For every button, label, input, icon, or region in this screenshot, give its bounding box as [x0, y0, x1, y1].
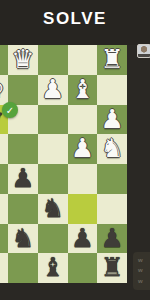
side-panel-glyph: w	[138, 257, 150, 264]
side-panel-glyph: w	[138, 278, 150, 285]
opponent-avatar[interactable]	[137, 44, 150, 58]
square[interactable]	[68, 164, 98, 194]
square[interactable]: ♟	[68, 224, 98, 254]
square[interactable]	[0, 45, 8, 75]
square[interactable]	[38, 45, 68, 75]
square[interactable]: ♝	[68, 75, 98, 105]
square[interactable]: ♝	[38, 253, 68, 283]
square[interactable]: ♟	[38, 75, 68, 105]
square[interactable]	[8, 253, 38, 283]
black-knight: ♞	[38, 194, 68, 224]
white-king-partial: ♚	[0, 75, 8, 105]
square[interactable]	[38, 105, 68, 135]
square[interactable]	[8, 75, 38, 105]
square[interactable]: ♟	[97, 224, 127, 254]
square[interactable]	[97, 164, 127, 194]
white-bishop: ♝	[68, 75, 98, 105]
square[interactable]	[38, 224, 68, 254]
square[interactable]	[68, 194, 98, 224]
square[interactable]	[0, 194, 8, 224]
square[interactable]	[0, 224, 8, 254]
square[interactable]	[68, 105, 98, 135]
side-panel: w w w	[133, 252, 150, 290]
white-knight: ♞	[97, 134, 127, 164]
white-pawn: ♟	[38, 75, 68, 105]
square[interactable]: ♞	[38, 194, 68, 224]
square[interactable]: ♜	[97, 253, 127, 283]
chess-board[interactable]: ♛♜♚♟♝♛♟♟♞♟♞♞♟♟♝♜	[0, 45, 127, 283]
black-pawn: ♟	[8, 164, 38, 194]
black-bishop: ♝	[38, 253, 68, 283]
white-pawn: ♟	[68, 134, 98, 164]
white-queen: ♛	[8, 45, 38, 75]
square[interactable]	[8, 134, 38, 164]
square[interactable]: ♚	[0, 75, 8, 105]
square[interactable]: ♟	[68, 134, 98, 164]
square[interactable]	[38, 164, 68, 194]
black-pawn: ♟	[97, 224, 127, 254]
square[interactable]: ♟	[8, 164, 38, 194]
square[interactable]	[68, 45, 98, 75]
header-bar: SOLVE	[0, 0, 150, 45]
white-pawn: ♟	[97, 105, 127, 135]
square[interactable]: ♛	[8, 45, 38, 75]
page-title: SOLVE	[43, 9, 107, 37]
square[interactable]	[68, 253, 98, 283]
square[interactable]: ♜	[97, 45, 127, 75]
square[interactable]	[97, 194, 127, 224]
side-panel-glyph: w	[138, 267, 150, 274]
square[interactable]	[0, 164, 8, 194]
white-rook: ♜	[97, 45, 127, 75]
solved-check-icon: ✓	[2, 102, 18, 118]
square[interactable]	[0, 253, 8, 283]
square[interactable]	[97, 75, 127, 105]
black-rook: ♜	[97, 253, 127, 283]
square[interactable]: ♟	[97, 105, 127, 135]
square[interactable]: ♞	[8, 224, 38, 254]
check-glyph: ✓	[6, 105, 14, 116]
square[interactable]	[8, 194, 38, 224]
square[interactable]	[0, 134, 8, 164]
black-pawn: ♟	[68, 224, 98, 254]
black-knight: ♞	[8, 224, 38, 254]
square[interactable]: ♞	[97, 134, 127, 164]
square[interactable]	[38, 134, 68, 164]
